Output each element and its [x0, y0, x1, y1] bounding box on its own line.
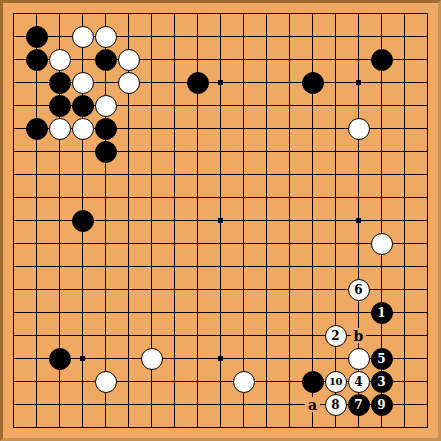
intersection[interactable]: [71, 416, 94, 439]
intersection[interactable]: [94, 393, 117, 416]
intersection[interactable]: [324, 25, 347, 48]
intersection[interactable]: [416, 393, 439, 416]
intersection[interactable]: [2, 163, 25, 186]
intersection[interactable]: a: [301, 393, 324, 416]
intersection[interactable]: [301, 163, 324, 186]
intersection[interactable]: [94, 140, 117, 163]
intersection[interactable]: [2, 94, 25, 117]
intersection[interactable]: [2, 416, 25, 439]
intersection[interactable]: [370, 186, 393, 209]
intersection[interactable]: [2, 25, 25, 48]
intersection[interactable]: [232, 370, 255, 393]
intersection[interactable]: [324, 416, 347, 439]
intersection[interactable]: [347, 48, 370, 71]
intersection[interactable]: [186, 48, 209, 71]
intersection[interactable]: [393, 140, 416, 163]
intersection[interactable]: [324, 186, 347, 209]
intersection[interactable]: [370, 140, 393, 163]
intersection[interactable]: [48, 48, 71, 71]
intersection[interactable]: [393, 301, 416, 324]
intersection[interactable]: [2, 117, 25, 140]
intersection[interactable]: [186, 278, 209, 301]
intersection[interactable]: [209, 25, 232, 48]
intersection[interactable]: [232, 232, 255, 255]
intersection[interactable]: [94, 186, 117, 209]
intersection[interactable]: [25, 71, 48, 94]
intersection[interactable]: [393, 324, 416, 347]
intersection[interactable]: [416, 71, 439, 94]
intersection[interactable]: [393, 163, 416, 186]
intersection[interactable]: [2, 209, 25, 232]
intersection[interactable]: [186, 416, 209, 439]
intersection[interactable]: [416, 2, 439, 25]
intersection[interactable]: [25, 324, 48, 347]
intersection[interactable]: [2, 370, 25, 393]
intersection[interactable]: [347, 209, 370, 232]
intersection[interactable]: [48, 71, 71, 94]
intersection[interactable]: [163, 140, 186, 163]
intersection[interactable]: [71, 232, 94, 255]
intersection[interactable]: [278, 25, 301, 48]
intersection[interactable]: [2, 232, 25, 255]
intersection[interactable]: [48, 232, 71, 255]
intersection[interactable]: [94, 324, 117, 347]
intersection[interactable]: [301, 278, 324, 301]
intersection[interactable]: [255, 301, 278, 324]
intersection[interactable]: [140, 370, 163, 393]
intersection[interactable]: [140, 48, 163, 71]
intersection[interactable]: [25, 117, 48, 140]
intersection[interactable]: [71, 186, 94, 209]
intersection[interactable]: [48, 301, 71, 324]
intersection[interactable]: 6: [347, 278, 370, 301]
intersection[interactable]: [301, 48, 324, 71]
intersection[interactable]: [416, 370, 439, 393]
intersection[interactable]: [25, 370, 48, 393]
intersection[interactable]: [71, 347, 94, 370]
intersection[interactable]: [163, 393, 186, 416]
intersection[interactable]: [117, 301, 140, 324]
intersection[interactable]: [347, 25, 370, 48]
intersection[interactable]: [416, 186, 439, 209]
intersection[interactable]: [324, 255, 347, 278]
intersection[interactable]: [393, 347, 416, 370]
intersection[interactable]: [163, 48, 186, 71]
intersection[interactable]: [232, 48, 255, 71]
intersection[interactable]: [324, 278, 347, 301]
intersection[interactable]: [117, 255, 140, 278]
intersection[interactable]: [117, 370, 140, 393]
intersection[interactable]: [48, 2, 71, 25]
intersection[interactable]: [25, 140, 48, 163]
intersection[interactable]: [278, 232, 301, 255]
intersection[interactable]: 10: [324, 370, 347, 393]
intersection[interactable]: [278, 347, 301, 370]
intersection[interactable]: [71, 370, 94, 393]
intersection[interactable]: [301, 71, 324, 94]
intersection[interactable]: [232, 186, 255, 209]
intersection[interactable]: [94, 2, 117, 25]
intersection[interactable]: [140, 232, 163, 255]
intersection[interactable]: [232, 347, 255, 370]
intersection[interactable]: 7: [347, 393, 370, 416]
intersection[interactable]: [117, 278, 140, 301]
intersection[interactable]: [48, 416, 71, 439]
intersection[interactable]: [25, 163, 48, 186]
intersection[interactable]: [209, 278, 232, 301]
intersection[interactable]: [347, 347, 370, 370]
intersection[interactable]: [25, 209, 48, 232]
intersection[interactable]: [209, 140, 232, 163]
intersection[interactable]: [163, 255, 186, 278]
intersection[interactable]: [255, 94, 278, 117]
intersection[interactable]: [2, 393, 25, 416]
intersection[interactable]: [163, 324, 186, 347]
intersection[interactable]: [25, 393, 48, 416]
intersection[interactable]: [278, 393, 301, 416]
intersection[interactable]: [301, 416, 324, 439]
intersection[interactable]: [278, 416, 301, 439]
intersection[interactable]: [117, 347, 140, 370]
intersection[interactable]: [278, 301, 301, 324]
intersection[interactable]: [393, 255, 416, 278]
intersection[interactable]: [140, 186, 163, 209]
intersection[interactable]: [416, 255, 439, 278]
intersection[interactable]: [232, 209, 255, 232]
intersection[interactable]: [25, 301, 48, 324]
intersection[interactable]: [301, 301, 324, 324]
intersection[interactable]: [209, 186, 232, 209]
intersection[interactable]: [163, 25, 186, 48]
intersection[interactable]: [71, 140, 94, 163]
intersection[interactable]: [25, 347, 48, 370]
intersection[interactable]: [209, 370, 232, 393]
intersection[interactable]: [255, 2, 278, 25]
intersection[interactable]: [25, 232, 48, 255]
intersection[interactable]: [416, 324, 439, 347]
intersection[interactable]: [324, 347, 347, 370]
intersection[interactable]: [140, 71, 163, 94]
intersection[interactable]: [232, 255, 255, 278]
intersection[interactable]: [186, 347, 209, 370]
intersection[interactable]: [209, 209, 232, 232]
intersection[interactable]: [255, 48, 278, 71]
intersection[interactable]: [71, 301, 94, 324]
intersection[interactable]: [255, 186, 278, 209]
intersection[interactable]: [255, 255, 278, 278]
intersection[interactable]: [416, 140, 439, 163]
intersection[interactable]: [393, 278, 416, 301]
intersection[interactable]: [370, 2, 393, 25]
intersection[interactable]: [71, 255, 94, 278]
intersection[interactable]: [94, 255, 117, 278]
intersection[interactable]: [255, 416, 278, 439]
intersection[interactable]: [370, 25, 393, 48]
intersection[interactable]: [140, 416, 163, 439]
intersection[interactable]: [140, 347, 163, 370]
intersection[interactable]: [117, 2, 140, 25]
intersection[interactable]: [416, 25, 439, 48]
intersection[interactable]: [140, 94, 163, 117]
intersection[interactable]: [94, 209, 117, 232]
intersection[interactable]: [416, 209, 439, 232]
intersection[interactable]: [393, 25, 416, 48]
intersection[interactable]: [140, 255, 163, 278]
intersection[interactable]: [94, 117, 117, 140]
intersection[interactable]: [209, 48, 232, 71]
intersection[interactable]: [186, 370, 209, 393]
intersection[interactable]: [301, 25, 324, 48]
intersection[interactable]: [117, 25, 140, 48]
intersection[interactable]: [163, 94, 186, 117]
intersection[interactable]: [94, 301, 117, 324]
intersection[interactable]: [117, 117, 140, 140]
intersection[interactable]: [347, 140, 370, 163]
intersection[interactable]: [255, 117, 278, 140]
intersection[interactable]: [94, 232, 117, 255]
intersection[interactable]: [117, 140, 140, 163]
intersection[interactable]: [393, 48, 416, 71]
intersection[interactable]: [209, 416, 232, 439]
intersection[interactable]: [232, 278, 255, 301]
intersection[interactable]: [393, 2, 416, 25]
intersection[interactable]: [2, 324, 25, 347]
intersection[interactable]: [278, 324, 301, 347]
intersection[interactable]: [48, 370, 71, 393]
intersection[interactable]: [370, 94, 393, 117]
intersection[interactable]: [370, 209, 393, 232]
intersection[interactable]: [209, 117, 232, 140]
intersection[interactable]: [209, 232, 232, 255]
intersection[interactable]: [255, 232, 278, 255]
intersection[interactable]: [232, 71, 255, 94]
intersection[interactable]: [255, 370, 278, 393]
intersection[interactable]: [186, 25, 209, 48]
intersection[interactable]: [347, 416, 370, 439]
intersection[interactable]: [186, 232, 209, 255]
intersection[interactable]: [324, 117, 347, 140]
intersection[interactable]: [186, 209, 209, 232]
intersection[interactable]: [232, 393, 255, 416]
intersection[interactable]: [2, 140, 25, 163]
intersection[interactable]: [278, 71, 301, 94]
intersection[interactable]: [209, 94, 232, 117]
intersection[interactable]: [232, 416, 255, 439]
intersection[interactable]: [2, 48, 25, 71]
intersection[interactable]: [347, 186, 370, 209]
intersection[interactable]: [324, 140, 347, 163]
intersection[interactable]: [48, 117, 71, 140]
intersection[interactable]: [140, 163, 163, 186]
intersection[interactable]: [186, 324, 209, 347]
intersection[interactable]: [393, 393, 416, 416]
intersection[interactable]: [347, 163, 370, 186]
intersection[interactable]: [347, 301, 370, 324]
intersection[interactable]: [416, 416, 439, 439]
intersection[interactable]: [2, 2, 25, 25]
intersection[interactable]: [232, 2, 255, 25]
intersection[interactable]: [255, 71, 278, 94]
intersection[interactable]: [393, 209, 416, 232]
intersection[interactable]: [324, 2, 347, 25]
intersection[interactable]: [71, 278, 94, 301]
intersection[interactable]: 5: [370, 347, 393, 370]
intersection[interactable]: [255, 393, 278, 416]
intersection[interactable]: [301, 186, 324, 209]
intersection[interactable]: [71, 25, 94, 48]
intersection[interactable]: [140, 25, 163, 48]
intersection[interactable]: [94, 71, 117, 94]
intersection[interactable]: [94, 278, 117, 301]
intersection[interactable]: b: [347, 324, 370, 347]
intersection[interactable]: [48, 324, 71, 347]
intersection[interactable]: [163, 232, 186, 255]
intersection[interactable]: [232, 94, 255, 117]
intersection[interactable]: [393, 94, 416, 117]
intersection[interactable]: [163, 71, 186, 94]
intersection[interactable]: [140, 301, 163, 324]
intersection[interactable]: [301, 232, 324, 255]
intersection[interactable]: [278, 255, 301, 278]
intersection[interactable]: [416, 94, 439, 117]
intersection[interactable]: [25, 416, 48, 439]
intersection[interactable]: [301, 347, 324, 370]
intersection[interactable]: [71, 2, 94, 25]
intersection[interactable]: 8: [324, 393, 347, 416]
intersection[interactable]: [255, 347, 278, 370]
intersection[interactable]: [163, 186, 186, 209]
intersection[interactable]: [186, 71, 209, 94]
intersection[interactable]: [370, 324, 393, 347]
intersection[interactable]: [416, 48, 439, 71]
intersection[interactable]: [117, 393, 140, 416]
intersection[interactable]: [48, 94, 71, 117]
intersection[interactable]: [25, 278, 48, 301]
intersection[interactable]: [416, 347, 439, 370]
intersection[interactable]: [117, 209, 140, 232]
intersection[interactable]: [163, 2, 186, 25]
intersection[interactable]: [347, 232, 370, 255]
intersection[interactable]: [393, 416, 416, 439]
intersection[interactable]: [71, 163, 94, 186]
intersection[interactable]: [278, 140, 301, 163]
intersection[interactable]: [48, 163, 71, 186]
intersection[interactable]: [25, 255, 48, 278]
intersection[interactable]: [48, 278, 71, 301]
intersection[interactable]: [117, 324, 140, 347]
intersection[interactable]: [25, 25, 48, 48]
intersection[interactable]: [163, 301, 186, 324]
intersection[interactable]: [278, 163, 301, 186]
intersection[interactable]: [347, 94, 370, 117]
intersection[interactable]: [117, 48, 140, 71]
intersection[interactable]: [71, 209, 94, 232]
intersection[interactable]: [416, 301, 439, 324]
intersection[interactable]: [416, 278, 439, 301]
intersection[interactable]: [140, 2, 163, 25]
intersection[interactable]: [94, 416, 117, 439]
intersection[interactable]: [209, 324, 232, 347]
intersection[interactable]: [278, 186, 301, 209]
intersection[interactable]: [94, 48, 117, 71]
intersection[interactable]: [117, 186, 140, 209]
intersection[interactable]: [370, 163, 393, 186]
intersection[interactable]: [48, 255, 71, 278]
intersection[interactable]: [324, 301, 347, 324]
intersection[interactable]: [393, 117, 416, 140]
intersection[interactable]: [117, 416, 140, 439]
intersection[interactable]: [117, 71, 140, 94]
intersection[interactable]: [278, 370, 301, 393]
intersection[interactable]: [140, 278, 163, 301]
intersection[interactable]: 4: [347, 370, 370, 393]
intersection[interactable]: [186, 255, 209, 278]
intersection[interactable]: [94, 163, 117, 186]
intersection[interactable]: [48, 25, 71, 48]
intersection[interactable]: [301, 140, 324, 163]
intersection[interactable]: [94, 370, 117, 393]
intersection[interactable]: [2, 301, 25, 324]
intersection[interactable]: [71, 48, 94, 71]
intersection[interactable]: [370, 255, 393, 278]
intersection[interactable]: [278, 48, 301, 71]
intersection[interactable]: [117, 163, 140, 186]
intersection[interactable]: [71, 117, 94, 140]
intersection[interactable]: [232, 163, 255, 186]
intersection[interactable]: [186, 393, 209, 416]
intersection[interactable]: [324, 48, 347, 71]
intersection[interactable]: [48, 186, 71, 209]
intersection[interactable]: [48, 393, 71, 416]
intersection[interactable]: [140, 209, 163, 232]
intersection[interactable]: [301, 94, 324, 117]
intersection[interactable]: [347, 117, 370, 140]
intersection[interactable]: [2, 255, 25, 278]
intersection[interactable]: 3: [370, 370, 393, 393]
intersection[interactable]: [301, 2, 324, 25]
intersection[interactable]: [255, 25, 278, 48]
intersection[interactable]: 2: [324, 324, 347, 347]
intersection[interactable]: [163, 163, 186, 186]
intersection[interactable]: [2, 347, 25, 370]
intersection[interactable]: [324, 94, 347, 117]
intersection[interactable]: [278, 94, 301, 117]
intersection[interactable]: [278, 209, 301, 232]
intersection[interactable]: [370, 416, 393, 439]
intersection[interactable]: [71, 71, 94, 94]
intersection[interactable]: [278, 278, 301, 301]
intersection[interactable]: [209, 393, 232, 416]
intersection[interactable]: [347, 71, 370, 94]
intersection[interactable]: [301, 370, 324, 393]
intersection[interactable]: [301, 255, 324, 278]
intersection[interactable]: [393, 370, 416, 393]
intersection[interactable]: 1: [370, 301, 393, 324]
intersection[interactable]: [25, 48, 48, 71]
intersection[interactable]: [324, 163, 347, 186]
intersection[interactable]: [232, 324, 255, 347]
intersection[interactable]: [25, 2, 48, 25]
intersection[interactable]: [163, 416, 186, 439]
intersection[interactable]: [209, 347, 232, 370]
intersection[interactable]: [255, 140, 278, 163]
intersection[interactable]: [71, 393, 94, 416]
intersection[interactable]: [48, 209, 71, 232]
intersection[interactable]: [117, 232, 140, 255]
intersection[interactable]: [186, 140, 209, 163]
intersection[interactable]: [186, 163, 209, 186]
intersection[interactable]: [324, 232, 347, 255]
